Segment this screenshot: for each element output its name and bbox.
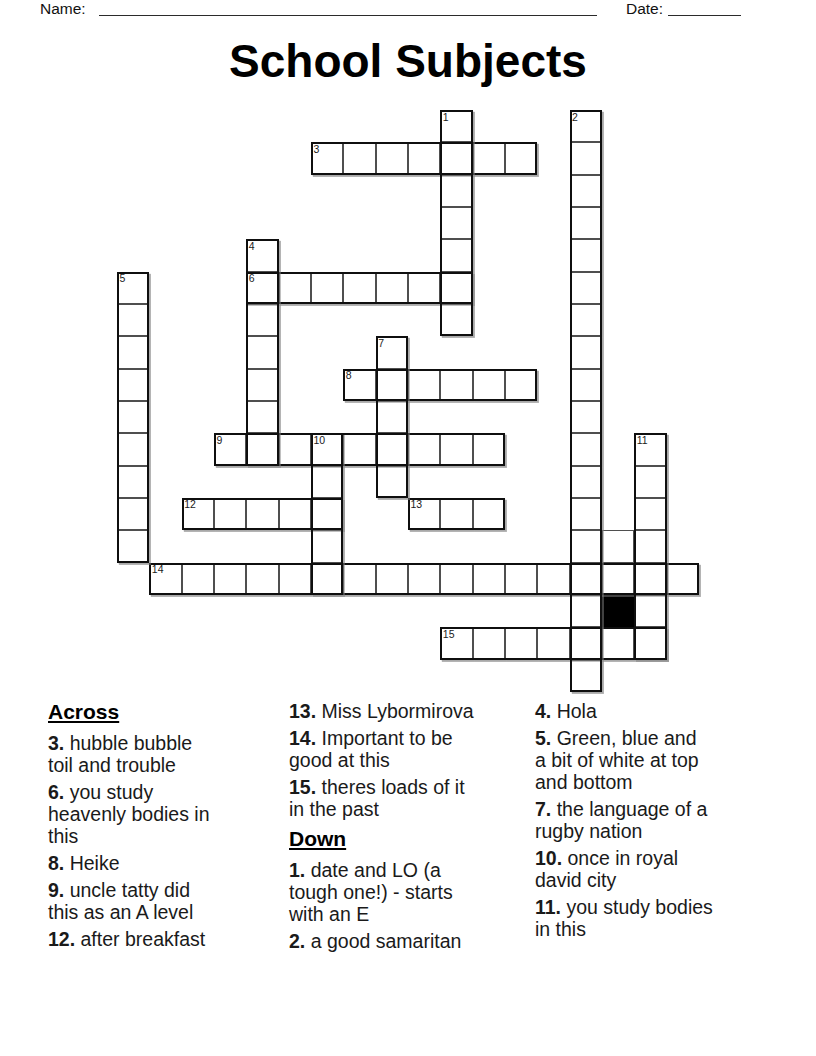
across-section-header: Across (48, 700, 258, 724)
grid-cell[interactable] (634, 466, 666, 498)
grid-cell[interactable] (117, 272, 149, 304)
clue-text: theres loads of it in the past (289, 776, 465, 820)
clue-text: the language of a rugby nation (535, 798, 707, 842)
clue-number-label: 14. (289, 727, 316, 749)
grid-cell[interactable] (440, 142, 472, 174)
grid-cell[interactable] (376, 401, 408, 433)
grid-cell[interactable] (570, 563, 602, 595)
clue-text: Hola (551, 700, 597, 722)
grid-cell[interactable] (440, 433, 472, 465)
grid-cell[interactable] (182, 498, 214, 530)
grid-cell[interactable] (634, 433, 666, 465)
grid-cell[interactable] (440, 369, 472, 401)
grid-cell[interactable] (440, 563, 472, 595)
grid-cell[interactable] (473, 142, 505, 174)
grid-cell[interactable] (246, 563, 278, 595)
clue-number-label: 10. (535, 847, 562, 869)
grid-cell[interactable] (117, 401, 149, 433)
grid-cell[interactable] (570, 175, 602, 207)
clue-item-a8: 8. Heike (48, 852, 258, 874)
grid-cell[interactable] (505, 563, 537, 595)
clue-number-label: 12. (48, 928, 75, 950)
grid-cell[interactable] (182, 563, 214, 595)
clue-column-2: 13. Miss Lybormirova14. Important to be … (289, 700, 515, 957)
clue-number-label: 9. (48, 879, 64, 901)
grid-cell[interactable] (343, 433, 375, 465)
name-blank-line (99, 15, 597, 16)
grid-cell[interactable] (311, 466, 343, 498)
grid-cell[interactable] (440, 175, 472, 207)
grid-cell[interactable] (311, 563, 343, 595)
clue-text: you study heavenly bodies in this (48, 781, 210, 847)
grid-cell[interactable] (408, 498, 440, 530)
grid-cell[interactable] (246, 304, 278, 336)
grid-cell[interactable] (279, 433, 311, 465)
grid-cell[interactable] (311, 530, 343, 562)
clue-number-label: 8. (48, 852, 64, 874)
clue-text: you study bodies in this (535, 896, 713, 940)
blocked-cell (602, 595, 634, 627)
grid-cell[interactable] (570, 142, 602, 174)
grid-cell[interactable] (667, 563, 699, 595)
clue-text: Heike (64, 852, 119, 874)
grid-cell[interactable] (279, 272, 311, 304)
clue-text: after breakfast (75, 928, 205, 950)
clue-number-label: 6. (48, 781, 64, 803)
grid-cell[interactable] (505, 142, 537, 174)
grid-cell[interactable] (376, 466, 408, 498)
clue-item-a3: 3. hubble bubble toil and trouble (48, 732, 258, 776)
grid-cell[interactable] (440, 110, 472, 142)
grid-cell[interactable] (376, 563, 408, 595)
grid-cell[interactable] (376, 336, 408, 368)
grid-cell[interactable] (473, 498, 505, 530)
grid-cell[interactable] (634, 498, 666, 530)
grid-cell[interactable] (246, 369, 278, 401)
grid-cell[interactable] (408, 433, 440, 465)
clue-item-a15: 15. theres loads of it in the past (289, 776, 515, 820)
grid-cell[interactable] (634, 627, 666, 659)
clue-text: Green, blue and a bit of white at top an… (535, 727, 699, 793)
grid-cell[interactable] (537, 627, 569, 659)
name-label: Name: (40, 0, 86, 18)
grid-cell[interactable] (117, 336, 149, 368)
grid-cell[interactable] (214, 563, 246, 595)
grid-cell[interactable] (440, 272, 472, 304)
grid-cell[interactable] (473, 627, 505, 659)
grid-cell[interactable] (279, 498, 311, 530)
grid-cell[interactable] (440, 304, 472, 336)
grid-cell[interactable] (634, 563, 666, 595)
grid-cell[interactable] (149, 563, 181, 595)
grid-cell[interactable] (602, 563, 634, 595)
grid-cell[interactable] (570, 369, 602, 401)
grid-cell[interactable] (117, 433, 149, 465)
grid-cell[interactable] (279, 563, 311, 595)
clue-item-d10: 10. once in royal david city (535, 847, 773, 891)
grid-cell[interactable] (343, 563, 375, 595)
grid-cell[interactable] (214, 433, 246, 465)
clue-text: hubble bubble toil and trouble (48, 732, 192, 776)
clue-column-1: Across3. hubble bubble toil and trouble6… (48, 700, 258, 955)
grid-cell[interactable] (117, 304, 149, 336)
grid-cell[interactable] (440, 207, 472, 239)
grid-cell[interactable] (376, 272, 408, 304)
grid-cell[interactable] (634, 595, 666, 627)
grid-cell[interactable] (408, 272, 440, 304)
grid-cell[interactable] (343, 142, 375, 174)
grid-cell[interactable] (634, 530, 666, 562)
grid-cell[interactable] (570, 336, 602, 368)
grid-cell[interactable] (246, 433, 278, 465)
grid-cell[interactable] (440, 239, 472, 271)
grid-cell[interactable] (570, 595, 602, 627)
grid-cell[interactable] (570, 660, 602, 692)
grid-cell[interactable] (570, 433, 602, 465)
grid-cell[interactable] (376, 142, 408, 174)
grid-cell[interactable] (570, 272, 602, 304)
clue-item-d1: 1. date and LO (a tough one!) - starts w… (289, 859, 515, 925)
grid-cell[interactable] (246, 401, 278, 433)
clue-number-label: 5. (535, 727, 551, 749)
grid-cell[interactable] (570, 627, 602, 659)
clue-text: a good samaritan (305, 930, 461, 952)
grid-cell[interactable] (311, 272, 343, 304)
grid-cell[interactable] (408, 369, 440, 401)
grid-cell[interactable] (214, 498, 246, 530)
crossword-grid: 123456789101112131415 (117, 110, 700, 693)
grid-cell[interactable] (602, 627, 634, 659)
date-blank-line (668, 15, 741, 16)
grid-cell[interactable] (505, 627, 537, 659)
date-label: Date: (626, 0, 663, 18)
grid-cell[interactable] (408, 563, 440, 595)
grid-cell[interactable] (570, 401, 602, 433)
clue-number-label: 11. (535, 896, 561, 918)
grid-cell[interactable] (376, 369, 408, 401)
clue-item-d5: 5. Green, blue and a bit of white at top… (535, 727, 773, 793)
grid-cell[interactable] (343, 272, 375, 304)
grid-cell[interactable] (246, 272, 278, 304)
clue-text: uncle tatty did this as an A level (48, 879, 193, 923)
clue-column-3: 4. Hola5. Green, blue and a bit of white… (535, 700, 773, 945)
clue-item-d11: 11. you study bodies in this (535, 896, 773, 940)
grid-cell[interactable] (570, 530, 602, 562)
grid-cell[interactable] (570, 239, 602, 271)
clue-item-a12: 12. after breakfast (48, 928, 258, 950)
clue-number-label: 2. (289, 930, 305, 952)
grid-cell[interactable] (440, 498, 472, 530)
clue-item-a6: 6. you study heavenly bodies in this (48, 781, 258, 847)
grid-cell[interactable] (473, 369, 505, 401)
grid-cell[interactable] (602, 530, 634, 562)
clue-item-d7: 7. the language of a rugby nation (535, 798, 773, 842)
grid-cell[interactable] (117, 369, 149, 401)
grid-cell[interactable] (246, 498, 278, 530)
clue-item-d4: 4. Hola (535, 700, 773, 722)
clue-number-label: 3. (48, 732, 64, 754)
grid-cell[interactable] (311, 498, 343, 530)
grid-cell[interactable] (311, 142, 343, 174)
grid-cell[interactable] (473, 433, 505, 465)
clue-text: date and LO (a tough one!) - starts with… (289, 859, 453, 925)
grid-cell[interactable] (343, 369, 375, 401)
grid-cell[interactable] (505, 369, 537, 401)
grid-cell[interactable] (117, 530, 149, 562)
clue-number-label: 7. (535, 798, 551, 820)
clue-item-a14: 14. Important to be good at this (289, 727, 515, 771)
grid-cell[interactable] (570, 466, 602, 498)
grid-cell[interactable] (570, 207, 602, 239)
clue-item-d2: 2. a good samaritan (289, 930, 515, 952)
down-section-header: Down (289, 827, 515, 851)
clue-text: Miss Lybormirova (316, 700, 473, 722)
clue-number-label: 4. (535, 700, 551, 722)
clue-item-a13: 13. Miss Lybormirova (289, 700, 515, 722)
grid-cell[interactable] (246, 336, 278, 368)
clue-number-label: 13. (289, 700, 316, 722)
grid-cell[interactable] (570, 304, 602, 336)
grid-cell[interactable] (537, 563, 569, 595)
grid-cell[interactable] (376, 433, 408, 465)
clue-number-label: 1. (289, 859, 305, 881)
clue-number-label: 15. (289, 776, 316, 798)
clue-item-a9: 9. uncle tatty did this as an A level (48, 879, 258, 923)
grid-cell[interactable] (570, 110, 602, 142)
grid-cell[interactable] (440, 627, 472, 659)
grid-cell[interactable] (570, 498, 602, 530)
grid-cell[interactable] (408, 142, 440, 174)
grid-cell[interactable] (473, 563, 505, 595)
grid-cell[interactable] (311, 433, 343, 465)
page-title: School Subjects (0, 34, 816, 88)
grid-cell[interactable] (117, 498, 149, 530)
grid-cell[interactable] (246, 239, 278, 271)
grid-cell[interactable] (117, 466, 149, 498)
